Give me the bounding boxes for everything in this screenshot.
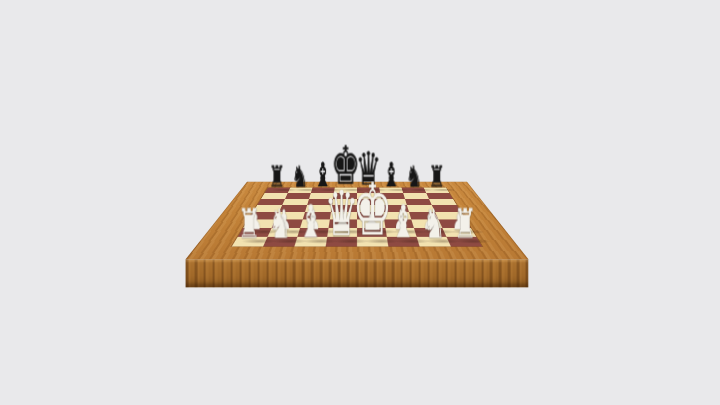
shadow-h2 bbox=[450, 230, 486, 234]
board-front-edge bbox=[186, 259, 529, 287]
3d-viewer-canvas[interactable]: ♜♞♝♚♛♝♞♜♟♟♟♟♟♟♟♟♜♞♝♛♚♝♞♜ bbox=[0, 0, 720, 405]
piece-shadows bbox=[186, 181, 529, 258]
chess-board: ♜♞♝♚♛♝♞♜♟♟♟♟♟♟♟♟♜♞♝♛♚♝♞♜ bbox=[186, 182, 529, 260]
shadow-h1 bbox=[455, 239, 493, 244]
shadow-h8 bbox=[430, 189, 458, 192]
